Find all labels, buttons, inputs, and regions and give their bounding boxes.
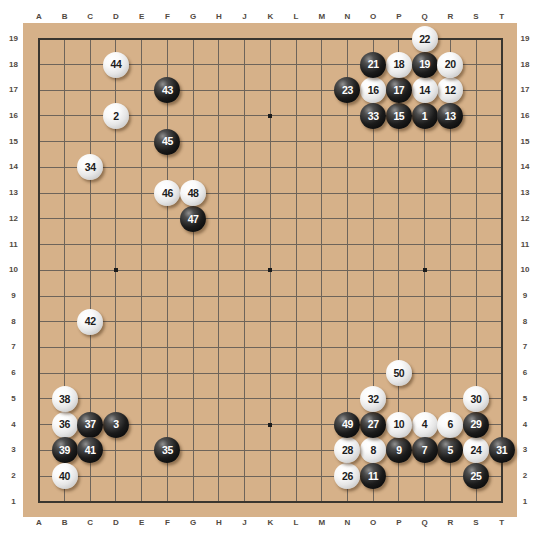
row-label-left: 3 xyxy=(11,446,15,454)
stone-move-number: 31 xyxy=(496,445,507,456)
stone-move-number: 19 xyxy=(419,59,430,70)
row-label-left: 8 xyxy=(11,318,15,326)
column-label-bottom: C xyxy=(87,519,93,527)
stone-move-number: 48 xyxy=(188,188,199,199)
stone-move-number: 30 xyxy=(471,394,482,405)
stone-move-number: 21 xyxy=(368,59,379,70)
row-label-right: 5 xyxy=(523,395,527,403)
stone-white-40[interactable]: 40 xyxy=(52,463,78,489)
stone-move-number: 5 xyxy=(448,445,453,456)
stone-black-33[interactable]: 33 xyxy=(360,103,386,129)
column-label-top: Q xyxy=(421,13,427,21)
row-label-right: 14 xyxy=(521,163,530,171)
stone-move-number: 41 xyxy=(85,445,96,456)
stone-move-number: 35 xyxy=(162,445,173,456)
stone-move-number: 15 xyxy=(393,111,404,122)
stone-move-number: 4 xyxy=(422,419,427,430)
stone-white-22[interactable]: 22 xyxy=(412,26,438,52)
column-label-top: C xyxy=(87,13,93,21)
stone-move-number: 44 xyxy=(111,59,122,70)
column-label-bottom: B xyxy=(62,519,68,527)
row-label-right: 12 xyxy=(521,215,530,223)
stone-white-50[interactable]: 50 xyxy=(386,360,412,386)
stone-move-number: 24 xyxy=(471,445,482,456)
row-label-right: 2 xyxy=(523,472,527,480)
stone-white-42[interactable]: 42 xyxy=(77,309,103,335)
column-label-top: A xyxy=(36,13,42,21)
column-label-top: G xyxy=(190,13,196,21)
row-label-left: 17 xyxy=(9,86,18,94)
stone-move-number: 27 xyxy=(368,419,379,430)
stone-move-number: 16 xyxy=(368,85,379,96)
stone-white-32[interactable]: 32 xyxy=(360,386,386,412)
column-label-top: B xyxy=(62,13,68,21)
row-label-left: 5 xyxy=(11,395,15,403)
stone-move-number: 14 xyxy=(419,85,430,96)
column-label-top: D xyxy=(113,13,119,21)
stone-black-29[interactable]: 29 xyxy=(463,412,489,438)
row-label-left: 13 xyxy=(9,189,18,197)
row-label-left: 10 xyxy=(9,266,18,274)
row-label-right: 10 xyxy=(521,266,530,274)
stone-move-number: 45 xyxy=(162,136,173,147)
stone-move-number: 37 xyxy=(85,419,96,430)
row-label-right: 17 xyxy=(521,86,530,94)
stone-black-1[interactable]: 1 xyxy=(412,103,438,129)
row-label-right: 15 xyxy=(521,138,530,146)
column-label-bottom: D xyxy=(113,519,119,527)
row-label-right: 11 xyxy=(521,241,529,249)
stone-move-number: 36 xyxy=(59,419,70,430)
column-label-top: T xyxy=(499,13,504,21)
star-point xyxy=(114,268,118,272)
stone-white-6[interactable]: 6 xyxy=(437,412,463,438)
stone-move-number: 42 xyxy=(85,316,96,327)
stone-move-number: 22 xyxy=(419,34,430,45)
row-label-left: 18 xyxy=(9,61,18,69)
column-label-top: F xyxy=(165,13,170,21)
stone-white-2[interactable]: 2 xyxy=(103,103,129,129)
stone-move-number: 7 xyxy=(422,445,427,456)
stone-white-30[interactable]: 30 xyxy=(463,386,489,412)
column-label-top: P xyxy=(396,13,401,21)
row-label-right: 4 xyxy=(523,421,527,429)
stone-move-number: 39 xyxy=(59,445,70,456)
stone-move-number: 2 xyxy=(113,111,118,122)
go-kifu-diagram: AABBCCDDEEFFGGHHJJKKLLMMNNOOPPQQRRSSTT19… xyxy=(0,0,540,540)
stone-black-27[interactable]: 27 xyxy=(360,412,386,438)
stone-white-18[interactable]: 18 xyxy=(386,52,412,78)
stone-move-number: 8 xyxy=(370,445,375,456)
column-label-top: M xyxy=(318,13,325,21)
stone-black-15[interactable]: 15 xyxy=(386,103,412,129)
row-label-left: 1 xyxy=(11,498,15,506)
stone-move-number: 29 xyxy=(471,419,482,430)
column-label-top: J xyxy=(242,13,246,21)
row-label-left: 19 xyxy=(9,35,18,43)
stone-move-number: 46 xyxy=(162,188,173,199)
stone-move-number: 25 xyxy=(471,471,482,482)
column-label-bottom: H xyxy=(216,519,222,527)
column-label-bottom: S xyxy=(473,519,478,527)
row-label-right: 9 xyxy=(523,292,527,300)
star-point xyxy=(268,423,272,427)
stone-move-number: 34 xyxy=(85,162,96,173)
column-label-bottom: P xyxy=(396,519,401,527)
row-label-right: 6 xyxy=(523,369,527,377)
stone-white-36[interactable]: 36 xyxy=(52,412,78,438)
stone-black-19[interactable]: 19 xyxy=(412,52,438,78)
stone-black-11[interactable]: 11 xyxy=(360,463,386,489)
column-label-bottom: L xyxy=(294,519,299,527)
row-label-right: 19 xyxy=(521,35,530,43)
stone-move-number: 49 xyxy=(342,419,353,430)
stone-black-45[interactable]: 45 xyxy=(154,129,180,155)
row-label-right: 8 xyxy=(523,318,527,326)
stone-white-4[interactable]: 4 xyxy=(412,412,438,438)
column-label-bottom: O xyxy=(370,519,376,527)
row-label-left: 16 xyxy=(9,112,18,120)
row-label-left: 14 xyxy=(9,163,18,171)
column-label-top: N xyxy=(345,13,351,21)
row-label-right: 1 xyxy=(523,498,527,506)
stone-move-number: 12 xyxy=(445,85,456,96)
stone-move-number: 43 xyxy=(162,85,173,96)
stone-black-25[interactable]: 25 xyxy=(463,463,489,489)
column-label-bottom: Q xyxy=(421,519,427,527)
stone-black-9[interactable]: 9 xyxy=(386,437,412,463)
column-label-top: R xyxy=(447,13,453,21)
row-label-left: 7 xyxy=(11,343,15,351)
stone-move-number: 38 xyxy=(59,394,70,405)
stone-move-number: 18 xyxy=(393,59,404,70)
stone-move-number: 6 xyxy=(448,419,453,430)
star-point xyxy=(268,268,272,272)
stone-white-14[interactable]: 14 xyxy=(412,77,438,103)
stone-white-44[interactable]: 44 xyxy=(103,52,129,78)
star-point xyxy=(268,114,272,118)
column-label-bottom: F xyxy=(165,519,170,527)
stone-black-3[interactable]: 3 xyxy=(103,412,129,438)
row-label-left: 4 xyxy=(11,421,15,429)
column-label-top: L xyxy=(294,13,299,21)
stone-black-21[interactable]: 21 xyxy=(360,52,386,78)
stone-move-number: 17 xyxy=(393,85,404,96)
column-label-bottom: A xyxy=(36,519,42,527)
stone-move-number: 23 xyxy=(342,85,353,96)
row-label-left: 2 xyxy=(11,472,15,480)
stone-move-number: 20 xyxy=(445,59,456,70)
column-label-bottom: E xyxy=(139,519,144,527)
row-label-left: 15 xyxy=(9,138,18,146)
stone-move-number: 28 xyxy=(342,445,353,456)
row-label-left: 12 xyxy=(9,215,18,223)
column-label-top: E xyxy=(139,13,144,21)
stone-move-number: 40 xyxy=(59,471,70,482)
stone-move-number: 33 xyxy=(368,111,379,122)
column-label-bottom: G xyxy=(190,519,196,527)
column-label-bottom: T xyxy=(499,519,504,527)
stone-move-number: 1 xyxy=(422,111,427,122)
stone-black-37[interactable]: 37 xyxy=(77,412,103,438)
row-label-left: 9 xyxy=(11,292,15,300)
stone-white-10[interactable]: 10 xyxy=(386,412,412,438)
stone-move-number: 13 xyxy=(445,111,456,122)
row-label-left: 6 xyxy=(11,369,15,377)
stone-move-number: 26 xyxy=(342,471,353,482)
row-label-right: 7 xyxy=(523,343,527,351)
row-label-left: 11 xyxy=(9,241,17,249)
stone-move-number: 32 xyxy=(368,394,379,405)
row-label-right: 18 xyxy=(521,61,530,69)
column-label-bottom: J xyxy=(242,519,246,527)
column-label-top: H xyxy=(216,13,222,21)
stone-black-39[interactable]: 39 xyxy=(52,437,78,463)
column-label-top: K xyxy=(267,13,273,21)
stone-black-31[interactable]: 31 xyxy=(489,437,515,463)
stone-move-number: 3 xyxy=(113,419,118,430)
column-label-bottom: M xyxy=(318,519,325,527)
stone-black-7[interactable]: 7 xyxy=(412,437,438,463)
column-label-bottom: R xyxy=(447,519,453,527)
stone-move-number: 50 xyxy=(393,368,404,379)
row-label-right: 3 xyxy=(523,446,527,454)
stone-move-number: 47 xyxy=(188,214,199,225)
stone-black-49[interactable]: 49 xyxy=(334,412,360,438)
stone-move-number: 10 xyxy=(393,419,404,430)
column-label-top: S xyxy=(473,13,478,21)
column-label-top: O xyxy=(370,13,376,21)
column-label-bottom: K xyxy=(267,519,273,527)
column-label-bottom: N xyxy=(345,519,351,527)
stone-move-number: 11 xyxy=(368,471,378,482)
stone-white-38[interactable]: 38 xyxy=(52,386,78,412)
stone-black-17[interactable]: 17 xyxy=(386,77,412,103)
row-label-right: 16 xyxy=(521,112,530,120)
row-label-right: 13 xyxy=(521,189,530,197)
stone-white-20[interactable]: 20 xyxy=(437,52,463,78)
stone-move-number: 9 xyxy=(396,445,401,456)
stone-black-47[interactable]: 47 xyxy=(180,206,206,232)
star-point xyxy=(423,268,427,272)
